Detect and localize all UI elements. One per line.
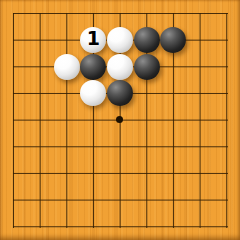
white-stone-D8: 1 — [80, 27, 106, 53]
go-board[interactable]: 1 — [0, 0, 240, 240]
star-point — [116, 116, 123, 123]
black-stone-F8 — [134, 27, 160, 53]
black-stone-G8 — [160, 27, 186, 53]
white-stone-E7 — [107, 54, 133, 80]
white-stone-E8 — [107, 27, 133, 53]
stones-layer: 1 — [0, 0, 240, 240]
black-stone-D7 — [80, 54, 106, 80]
move-number-label: 1 — [87, 29, 100, 48]
black-stone-E6 — [107, 80, 133, 106]
white-stone-C7 — [54, 54, 80, 80]
white-stone-D6 — [80, 80, 106, 106]
black-stone-F7 — [134, 54, 160, 80]
